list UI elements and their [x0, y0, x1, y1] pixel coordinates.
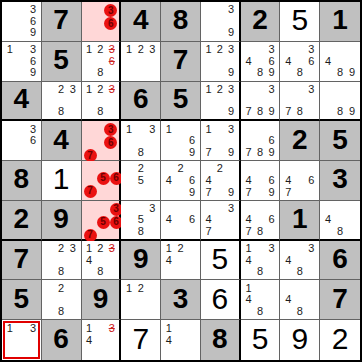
empty-candidate-slot [214, 95, 225, 106]
candidate-6: 6 [27, 135, 39, 147]
cell-r7c6[interactable]: 5 [201, 241, 241, 281]
candidate-3: 3 [27, 4, 39, 16]
empty-candidate-slot [186, 346, 198, 358]
solved-digit: 6 [211, 284, 228, 316]
empty-candidate-slot [16, 346, 28, 358]
empty-candidate-slot [254, 214, 266, 225]
empty-candidate-slot [27, 334, 39, 346]
candidate-7: 7 [203, 186, 214, 198]
candidate-grid: 238 [42, 82, 81, 120]
candidate-9: 9 [186, 147, 198, 159]
cell-r5c4[interactable]: 25 [121, 161, 161, 201]
given-digit: 3 [332, 165, 348, 195]
empty-candidate-slot [334, 203, 346, 214]
cell-r6c5[interactable]: 46 [161, 201, 201, 241]
empty-candidate-slot [4, 135, 16, 147]
candidate-8: 8 [95, 266, 106, 278]
empty-candidate-slot [97, 163, 110, 172]
cell-r2c4[interactable]: 123 [121, 42, 161, 82]
cell-r8c7[interactable]: 148 [241, 280, 281, 320]
empty-candidate-slot [84, 95, 95, 106]
candidate-8: 8 [55, 266, 67, 278]
cell-r5c9[interactable]: 3 [320, 161, 360, 201]
solved-digit: 5 [252, 324, 269, 356]
empty-candidate-slot [175, 334, 187, 346]
empty-candidate-slot [94, 17, 104, 30]
empty-candidate-slot [84, 203, 97, 216]
empty-candidate-slot [214, 225, 225, 236]
candidate-9: 9 [266, 67, 278, 79]
circled-candidate-3: 3 [104, 4, 117, 17]
cell-r9c1-selected[interactable]: 13 [2, 320, 42, 360]
cell-r8c8[interactable]: 48 [280, 280, 320, 320]
eliminated-candidate-3: 3 [106, 322, 117, 334]
empty-candidate-slot [175, 214, 187, 225]
empty-candidate-slot [4, 27, 16, 39]
candidate-3: 3 [306, 84, 318, 95]
candidate-5: 5 [135, 175, 147, 187]
empty-candidate-slot [243, 67, 255, 79]
empty-candidate-slot [282, 266, 294, 278]
cell-r4c7[interactable]: 6789 [241, 121, 281, 161]
circled-candidate-3: 3 [104, 123, 117, 136]
cell-r6c2[interactable]: 9 [42, 201, 82, 241]
candidate-grid: 34689 [241, 42, 280, 81]
candidate-grid: 12348 [82, 241, 120, 280]
empty-candidate-slot [334, 84, 346, 95]
cell-r7c1[interactable]: 7 [2, 241, 42, 281]
candidate-2: 2 [95, 84, 106, 95]
empty-candidate-slot [322, 95, 334, 106]
empty-candidate-slot [186, 322, 198, 334]
cell-r9c4[interactable]: 7 [121, 320, 161, 360]
empty-candidate-slot [123, 163, 135, 175]
empty-candidate-slot [67, 95, 79, 106]
solved-digit: 5 [211, 244, 228, 276]
cell-r3c5[interactable]: 5 [161, 82, 201, 122]
empty-candidate-slot [135, 123, 147, 135]
cell-r6c4[interactable]: 358 [121, 201, 161, 241]
empty-candidate-slot [214, 214, 225, 225]
cell-r4c2[interactable]: 4 [42, 121, 82, 161]
empty-candidate-slot [147, 147, 159, 159]
empty-candidate-slot [294, 254, 306, 266]
empty-candidate-slot [147, 163, 159, 175]
cell-r8c3[interactable]: 9 [82, 280, 122, 320]
cell-r1c1[interactable]: 369 [2, 2, 42, 42]
cell-r9c6[interactable]: 8 [201, 320, 241, 360]
empty-candidate-slot [214, 27, 225, 39]
candidate-7: 7 [282, 186, 294, 198]
cell-r5c1[interactable]: 8 [2, 161, 42, 201]
cell-r4c3[interactable]: 367 [82, 121, 122, 161]
candidate-9: 9 [346, 67, 358, 79]
cell-r4c9[interactable]: 5 [320, 121, 360, 161]
candidate-grid: 134 [82, 320, 120, 360]
cell-r1c7[interactable]: 2 [241, 2, 281, 42]
cell-r1c4[interactable]: 4 [121, 2, 161, 42]
cell-r5c3[interactable]: 567 [82, 161, 122, 201]
candidate-1: 1 [163, 123, 175, 135]
empty-candidate-slot [106, 334, 117, 346]
empty-candidate-slot [254, 123, 266, 135]
cell-r8c1[interactable]: 5 [2, 280, 42, 320]
candidate-4: 4 [163, 334, 175, 346]
cell-r3c6[interactable]: 1239 [201, 82, 241, 122]
candidate-3: 3 [225, 44, 236, 56]
candidate-3: 3 [225, 123, 236, 135]
candidate-9: 9 [266, 106, 278, 117]
cell-r3c7[interactable]: 3789 [241, 82, 281, 122]
empty-candidate-slot [84, 4, 94, 17]
cell-r9c8[interactable]: 9 [280, 320, 320, 360]
cell-r1c9[interactable]: 1 [320, 2, 360, 42]
empty-candidate-slot [175, 322, 187, 334]
candidate-3: 3 [27, 123, 39, 135]
candidate-3: 3 [225, 84, 236, 95]
empty-candidate-slot [4, 334, 16, 346]
candidate-7: 7 [203, 225, 214, 236]
candidate-6: 6 [186, 175, 198, 187]
empty-candidate-slot [44, 84, 56, 95]
candidate-2: 2 [175, 163, 187, 175]
cell-r2c1[interactable]: 1369 [2, 42, 42, 82]
cell-r9c2[interactable]: 6 [42, 320, 82, 360]
cell-r7c8[interactable]: 348 [280, 241, 320, 281]
empty-candidate-slot [203, 163, 214, 175]
empty-candidate-slot [282, 282, 294, 294]
empty-candidate-slot [243, 123, 255, 135]
empty-candidate-slot [306, 163, 318, 175]
candidate-1: 1 [243, 243, 255, 255]
candidate-grid: 4679 [241, 161, 280, 200]
cell-r7c5[interactable]: 124 [161, 241, 201, 281]
cell-r1c2[interactable]: 7 [42, 2, 82, 42]
empty-candidate-slot [135, 135, 147, 147]
cell-r2c2[interactable]: 5 [42, 42, 82, 82]
candidate-grid: 1348 [241, 241, 280, 280]
candidate-1: 1 [203, 44, 214, 56]
empty-candidate-slot [254, 243, 266, 255]
empty-candidate-slot [135, 306, 147, 318]
candidate-4: 4 [203, 175, 214, 187]
candidate-2: 2 [175, 243, 187, 255]
cell-r8c5[interactable]: 3 [161, 280, 201, 320]
empty-candidate-slot [4, 123, 16, 135]
candidate-3: 3 [27, 322, 39, 334]
given-digit: 3 [173, 285, 189, 315]
empty-candidate-slot [123, 225, 135, 236]
empty-candidate-slot [243, 306, 255, 318]
cell-r2c3[interactable]: 12368 [82, 42, 122, 82]
cell-r1c6[interactable]: 39 [201, 2, 241, 42]
cell-r7c2[interactable]: 238 [42, 241, 82, 281]
candidate-grid: 378 [280, 82, 319, 120]
cell-r2c9[interactable]: 489 [320, 42, 360, 82]
candidate-3: 3 [67, 243, 79, 255]
cell-r7c7[interactable]: 1348 [241, 241, 281, 281]
cell-r1c8[interactable]: 5 [280, 2, 320, 42]
candidate-2: 2 [55, 243, 67, 255]
empty-candidate-slot [106, 254, 117, 266]
candidate-4: 4 [322, 55, 334, 67]
given-digit: 4 [14, 85, 30, 115]
cell-r4c5[interactable]: 169 [161, 121, 201, 161]
empty-candidate-slot [147, 214, 159, 225]
empty-candidate-slot [16, 44, 28, 56]
empty-candidate-slot [282, 84, 294, 95]
empty-candidate-slot [27, 147, 39, 159]
cell-r4c4[interactable]: 138 [121, 121, 161, 161]
given-digit: 5 [332, 126, 348, 156]
candidate-8: 8 [95, 106, 106, 117]
cell-r6c8[interactable]: 1 [280, 201, 320, 241]
candidate-8: 8 [254, 306, 266, 318]
empty-candidate-slot [175, 225, 187, 236]
empty-candidate-slot [84, 30, 94, 39]
cell-r2c5[interactable]: 7 [161, 42, 201, 82]
empty-candidate-slot [147, 282, 159, 294]
cell-r8c2[interactable]: 28 [42, 280, 82, 320]
empty-candidate-slot [225, 135, 236, 147]
empty-candidate-slot [294, 186, 306, 198]
cell-r7c3[interactable]: 12348 [82, 241, 122, 281]
solved-digit: 2 [332, 324, 349, 356]
cell-r3c1[interactable]: 4 [2, 82, 42, 122]
empty-candidate-slot [84, 266, 95, 278]
cell-r9c5[interactable]: 14 [161, 320, 201, 360]
empty-candidate-slot [306, 294, 318, 306]
empty-candidate-slot [322, 67, 334, 79]
candidate-9: 9 [225, 147, 236, 159]
cell-r7c9[interactable]: 6 [320, 241, 360, 281]
empty-candidate-slot [147, 175, 159, 187]
candidate-6: 6 [186, 135, 198, 147]
candidate-7: 7 [282, 106, 294, 117]
empty-candidate-slot [106, 266, 117, 278]
candidate-3: 3 [67, 84, 79, 95]
candidate-1: 1 [84, 243, 95, 255]
empty-candidate-slot [175, 346, 187, 358]
candidate-8: 8 [294, 266, 306, 278]
empty-candidate-slot [346, 44, 358, 56]
empty-candidate-slot [306, 282, 318, 294]
empty-candidate-slot [322, 106, 334, 117]
candidate-7: 7 [243, 186, 255, 198]
empty-candidate-slot [203, 95, 214, 106]
empty-candidate-slot [84, 346, 95, 358]
empty-candidate-slot [306, 95, 318, 106]
cell-r7c4[interactable]: 9 [121, 241, 161, 281]
cell-r5c8[interactable]: 467 [280, 161, 320, 201]
candidate-9: 9 [27, 67, 39, 79]
given-digit: 9 [53, 205, 69, 235]
candidate-grid: 14 [161, 320, 200, 360]
cell-r3c4[interactable]: 6 [121, 82, 161, 122]
cell-r6c9[interactable]: 48 [320, 201, 360, 241]
cell-r4c1[interactable]: 36 [2, 121, 42, 161]
empty-candidate-slot [254, 203, 266, 214]
candidate-3: 3 [147, 44, 159, 56]
cell-r3c2[interactable]: 238 [42, 82, 82, 122]
candidate-grid: 4678 [241, 201, 280, 239]
candidate-grid: 6789 [241, 121, 280, 160]
empty-candidate-slot [225, 16, 236, 28]
empty-candidate-slot [106, 106, 117, 117]
given-digit: 7 [14, 245, 30, 275]
empty-candidate-slot [334, 214, 346, 225]
empty-candidate-slot [67, 106, 79, 117]
empty-candidate-slot [44, 254, 56, 266]
empty-candidate-slot [203, 67, 214, 79]
empty-candidate-slot [44, 243, 56, 255]
candidate-2: 2 [95, 44, 106, 56]
candidate-grid: 489 [320, 42, 360, 81]
empty-candidate-slot [322, 225, 334, 236]
cell-r5c7[interactable]: 4679 [241, 161, 281, 201]
empty-candidate-slot [243, 44, 255, 56]
empty-candidate-slot [175, 266, 187, 278]
candidate-grid: 2479 [201, 161, 239, 200]
empty-candidate-slot [266, 254, 278, 266]
cell-r6c6[interactable]: 347 [201, 201, 241, 241]
empty-candidate-slot [95, 334, 106, 346]
candidate-2: 2 [135, 163, 147, 175]
empty-candidate-slot [44, 306, 56, 318]
candidate-grid: 3567 [82, 201, 120, 239]
empty-candidate-slot [186, 254, 198, 266]
cell-r8c6[interactable]: 6 [201, 280, 241, 320]
cell-r2c7[interactable]: 34689 [241, 42, 281, 82]
candidate-4: 4 [163, 175, 175, 187]
empty-candidate-slot [95, 322, 106, 334]
candidate-8: 8 [254, 225, 266, 236]
candidate-grid: 148 [241, 280, 280, 319]
empty-candidate-slot [322, 84, 334, 95]
cell-r1c5[interactable]: 8 [161, 2, 201, 42]
candidate-8: 8 [334, 67, 346, 79]
candidate-3: 3 [306, 44, 318, 56]
empty-candidate-slot [16, 16, 28, 28]
candidate-grid: 1239 [201, 42, 239, 81]
empty-candidate-slot [106, 67, 117, 79]
empty-candidate-slot [186, 123, 198, 135]
empty-candidate-slot [225, 214, 236, 225]
candidate-grid: 48 [320, 201, 360, 239]
cell-r8c9[interactable]: 7 [320, 280, 360, 320]
candidate-8: 8 [55, 106, 67, 117]
empty-candidate-slot [84, 123, 97, 136]
empty-candidate-slot [123, 147, 135, 159]
candidate-4: 4 [282, 254, 294, 266]
empty-candidate-slot [16, 67, 28, 79]
empty-candidate-slot [282, 163, 294, 175]
empty-candidate-slot [135, 294, 147, 306]
empty-candidate-slot [16, 322, 28, 334]
empty-candidate-slot [147, 135, 159, 147]
cell-r4c8[interactable]: 2 [280, 121, 320, 161]
candidate-4: 4 [243, 294, 255, 306]
cell-r6c1[interactable]: 2 [2, 201, 42, 241]
circled-candidate-6: 6 [104, 17, 117, 30]
candidate-grid: 39 [201, 2, 239, 41]
cell-r1c3[interactable]: 36 [82, 2, 122, 42]
candidate-6: 6 [27, 55, 39, 67]
cell-r9c7[interactable]: 5 [241, 320, 281, 360]
empty-candidate-slot [254, 55, 266, 67]
empty-candidate-slot [243, 135, 255, 147]
empty-candidate-slot [67, 266, 79, 278]
empty-candidate-slot [27, 346, 39, 358]
cell-r5c5[interactable]: 2469 [161, 161, 201, 201]
empty-candidate-slot [243, 163, 255, 175]
cell-r2c6[interactable]: 1239 [201, 42, 241, 82]
cell-r9c3[interactable]: 134 [82, 320, 122, 360]
solved-digit: 7 [132, 324, 149, 356]
empty-candidate-slot [186, 334, 198, 346]
candidate-9: 9 [225, 67, 236, 79]
candidate-2: 2 [95, 243, 106, 255]
cell-r3c9[interactable]: 89 [320, 82, 360, 122]
cell-r5c2[interactable]: 1 [42, 161, 82, 201]
empty-candidate-slot [4, 147, 16, 159]
empty-candidate-slot [55, 294, 67, 306]
empty-candidate-slot [186, 266, 198, 278]
cell-r4c6[interactable]: 1379 [201, 121, 241, 161]
candidate-grid: 36 [82, 2, 120, 41]
candidate-8: 8 [294, 306, 306, 318]
given-digit: 8 [212, 325, 228, 355]
cell-r3c3[interactable]: 1238 [82, 82, 122, 122]
candidate-1: 1 [84, 44, 95, 56]
cell-r8c4[interactable]: 12 [121, 280, 161, 320]
candidate-grid: 12 [121, 280, 160, 319]
empty-candidate-slot [186, 243, 198, 255]
empty-candidate-slot [175, 175, 187, 187]
empty-candidate-slot [334, 55, 346, 67]
candidate-1: 1 [84, 84, 95, 95]
empty-candidate-slot [97, 185, 110, 198]
empty-candidate-slot [4, 67, 16, 79]
empty-candidate-slot [16, 135, 28, 147]
candidate-grid: 1379 [201, 121, 239, 160]
candidate-2: 2 [135, 282, 147, 294]
empty-candidate-slot [306, 106, 318, 117]
cell-r9c9[interactable]: 2 [320, 320, 360, 360]
empty-candidate-slot [67, 294, 79, 306]
empty-candidate-slot [294, 243, 306, 255]
empty-candidate-slot [123, 55, 135, 67]
cell-r2c8[interactable]: 3468 [280, 42, 320, 82]
empty-candidate-slot [16, 55, 28, 67]
cell-r6c7[interactable]: 4678 [241, 201, 281, 241]
candidate-3: 3 [27, 44, 39, 56]
empty-candidate-slot [106, 95, 117, 106]
candidate-grid: 238 [42, 241, 81, 280]
empty-candidate-slot [225, 163, 236, 175]
cell-r6c3[interactable]: 3567 [82, 201, 122, 241]
empty-candidate-slot [282, 44, 294, 56]
candidate-3: 3 [306, 243, 318, 255]
cell-r5c6[interactable]: 2479 [201, 161, 241, 201]
candidate-9: 9 [266, 186, 278, 198]
cell-r3c8[interactable]: 378 [280, 82, 320, 122]
candidate-grid: 48 [280, 280, 319, 319]
empty-candidate-slot [147, 225, 159, 236]
empty-candidate-slot [254, 186, 266, 198]
empty-candidate-slot [214, 147, 225, 159]
candidate-grid: 367 [82, 121, 120, 160]
